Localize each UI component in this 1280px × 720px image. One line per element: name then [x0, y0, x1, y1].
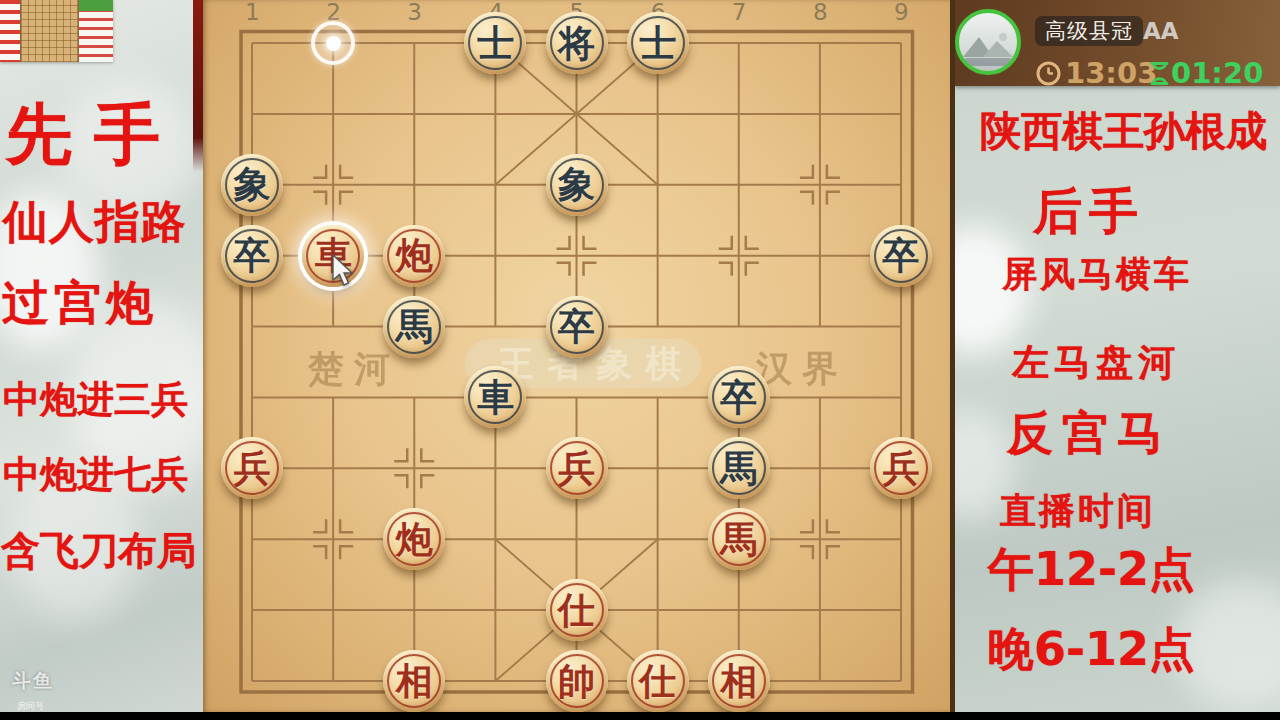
douyu-logo: 斗鱼 — [12, 668, 77, 694]
piece-red-f5r9[interactable]: 帥 — [546, 650, 608, 712]
last-move-origin-marker — [311, 21, 355, 65]
piece-red-f6r9[interactable]: 仕 — [627, 650, 689, 712]
piece-black-f7r5[interactable]: 卒 — [708, 366, 770, 428]
piece-black-f6r0[interactable]: 士 — [627, 12, 689, 74]
column-number-3: 3 — [407, 0, 422, 25]
avatar-image-placeholder-icon — [959, 31, 1017, 57]
banner-stream-time-evening: 晚6-12点 — [988, 625, 1195, 673]
piece-black-f1r3[interactable]: 卒 — [221, 225, 283, 287]
column-number-9: 9 — [894, 0, 909, 25]
xiangqi-board[interactable]: 123456789 王者象棋 楚河 汉界 士将士象象卒車炮卒馬卒車卒兵兵馬兵炮馬… — [203, 0, 955, 712]
piece-black-f7r6[interactable]: 馬 — [708, 437, 770, 499]
right-banner-panel: 陕西棋王孙根成 后手 屏风马横车 左马盘河 反宫马 直播时间 午12-2点 晚6… — [955, 0, 1280, 712]
column-number-1: 1 — [245, 0, 260, 25]
left-banner-panel: 先手 仙人指路 过宫炮 中炮进三兵 中炮进七兵 含飞刀布局 斗鱼 房间号 229… — [0, 0, 203, 712]
piece-black-f4r0[interactable]: 士 — [464, 12, 526, 74]
piece-black-f3r4[interactable]: 馬 — [383, 296, 445, 358]
screenshot-root: 先手 仙人指路 过宫炮 中炮进三兵 中炮进七兵 含飞刀布局 斗鱼 房间号 229… — [0, 0, 1280, 720]
hourglass-icon — [1148, 60, 1171, 87]
banner-defense-1: 屏风马横车 — [1002, 256, 1192, 293]
column-number-7: 7 — [732, 0, 747, 25]
river-label-right: 汉界 — [755, 347, 848, 389]
red-curtain-sliver — [193, 0, 203, 172]
piece-red-f7r9[interactable]: 相 — [708, 650, 770, 712]
banner-first-move: 先手 — [6, 100, 182, 169]
banner-opening-2: 过宫炮 — [2, 278, 158, 327]
room-number-label: 房间号 — [12, 699, 49, 712]
piece-black-f9r3[interactable]: 卒 — [870, 225, 932, 287]
opponent-info-bar: 高级县冠 AA 13:03 01:20 — [955, 0, 1280, 86]
piece-red-f1r6[interactable]: 兵 — [221, 437, 283, 499]
piece-black-f5r0[interactable]: 将 — [546, 12, 608, 74]
clock-icon — [1035, 60, 1062, 87]
piece-red-f9r6[interactable]: 兵 — [870, 437, 932, 499]
banner-stream-time-noon: 午12-2点 — [988, 545, 1195, 593]
banner-player-title: 陕西棋王孙根成 — [980, 110, 1267, 153]
banner-opening-5: 含飞刀布局 — [1, 531, 196, 572]
main-clock: 13:03 — [1065, 56, 1157, 90]
thumbnail-text-column-right — [79, 0, 113, 62]
piece-black-f5r4[interactable]: 卒 — [546, 296, 608, 358]
player-name: AA — [1143, 18, 1179, 44]
piece-black-f5r2[interactable]: 象 — [546, 154, 608, 216]
avatar[interactable] — [955, 9, 1021, 75]
river-label-left: 楚河 — [307, 347, 400, 389]
piece-red-f5r8[interactable]: 仕 — [546, 579, 608, 641]
mouse-cursor — [332, 254, 358, 288]
piece-red-f3r9[interactable]: 相 — [383, 650, 445, 712]
avatar-caption-bar — [964, 58, 1013, 66]
banner-second-move: 后手 — [1033, 186, 1145, 237]
banner-defense-3: 反宫马 — [1007, 409, 1172, 457]
move-clock: 01:20 — [1171, 56, 1263, 90]
piece-red-f7r7[interactable]: 馬 — [708, 508, 770, 570]
thumbnail-text-column-left — [0, 0, 20, 62]
thumbnail-mini-board — [20, 0, 79, 62]
douyu-watermark: 斗鱼 房间号 2293920 — [12, 668, 77, 712]
column-number-8: 8 — [813, 0, 828, 25]
rank-badge: 高级县冠 — [1035, 16, 1143, 46]
banner-opening-1: 仙人指路 — [3, 198, 187, 245]
banner-stream-time-label: 直播时间 — [1000, 492, 1156, 530]
piece-black-f1r2[interactable]: 象 — [221, 154, 283, 216]
banner-opening-3: 中炮进三兵 — [3, 381, 188, 420]
banner-defense-2: 左马盘河 — [1012, 344, 1180, 383]
piece-red-f5r6[interactable]: 兵 — [546, 437, 608, 499]
banner-opening-4: 中炮进七兵 — [3, 456, 188, 495]
analysis-thumbnail — [0, 0, 113, 62]
bottom-black-bar — [0, 712, 1280, 720]
piece-red-f3r3[interactable]: 炮 — [383, 225, 445, 287]
